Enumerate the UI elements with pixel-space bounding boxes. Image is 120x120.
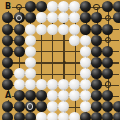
board-points-grid: BA	[2, 1, 120, 120]
white-stone	[36, 24, 47, 35]
board-point[interactable]	[102, 112, 113, 120]
black-stone	[102, 90, 113, 101]
black-stone	[80, 112, 91, 120]
board-point[interactable]	[113, 79, 120, 90]
white-stone	[58, 112, 69, 120]
white-stone	[25, 24, 36, 35]
black-stone	[25, 1, 36, 12]
board-point[interactable]	[36, 112, 47, 120]
black-stone	[14, 12, 25, 23]
board-point[interactable]	[47, 112, 58, 120]
board-point[interactable]	[25, 24, 36, 35]
black-stone	[36, 1, 47, 12]
board-point[interactable]	[69, 35, 80, 46]
board-point[interactable]: B	[2, 1, 13, 12]
black-stone	[113, 101, 120, 112]
board-point[interactable]	[25, 79, 36, 90]
board-point[interactable]	[80, 46, 91, 57]
board-point[interactable]	[69, 12, 80, 23]
board-point[interactable]	[58, 35, 69, 46]
board-point[interactable]	[58, 90, 69, 101]
board-point[interactable]	[91, 112, 102, 120]
board-point[interactable]	[113, 90, 120, 101]
board-point[interactable]	[113, 57, 120, 68]
circle-marker	[105, 37, 112, 44]
board-point[interactable]	[102, 12, 113, 23]
white-stone	[69, 35, 80, 46]
circle-marker	[16, 4, 23, 11]
white-stone	[69, 112, 80, 120]
black-stone	[2, 68, 13, 79]
white-stone	[58, 90, 69, 101]
board-point[interactable]	[36, 35, 47, 46]
board-point[interactable]	[14, 57, 25, 68]
white-stone	[36, 79, 47, 90]
white-stone	[25, 57, 36, 68]
board-point[interactable]	[91, 68, 102, 79]
board-point[interactable]	[69, 79, 80, 90]
black-stone	[113, 12, 120, 23]
board-point[interactable]	[69, 112, 80, 120]
board-point[interactable]	[14, 90, 25, 101]
board-point[interactable]	[69, 101, 80, 112]
board-point[interactable]	[2, 46, 13, 57]
board-point[interactable]	[91, 24, 102, 35]
white-stone	[58, 101, 69, 112]
black-stone	[102, 46, 113, 57]
board-point[interactable]	[80, 79, 91, 90]
black-stone	[91, 12, 102, 23]
circle-marker-on-stone	[27, 103, 34, 110]
board-point[interactable]	[25, 46, 36, 57]
board-point[interactable]	[91, 101, 102, 112]
board-point[interactable]	[25, 112, 36, 120]
board-point[interactable]	[47, 90, 58, 101]
board-point[interactable]	[47, 68, 58, 79]
board-point[interactable]	[36, 12, 47, 23]
white-stone	[58, 24, 69, 35]
board-point[interactable]	[47, 35, 58, 46]
board-point[interactable]	[2, 12, 13, 23]
circle-marker-on-stone	[16, 15, 23, 22]
black-stone	[2, 24, 13, 35]
white-stone	[14, 68, 25, 79]
black-stone	[91, 35, 102, 46]
board-point[interactable]	[47, 57, 58, 68]
white-stone	[47, 12, 58, 23]
board-point[interactable]	[36, 101, 47, 112]
board-point[interactable]	[113, 35, 120, 46]
white-stone	[69, 24, 80, 35]
black-stone	[80, 1, 91, 12]
board-point[interactable]	[80, 101, 91, 112]
board-point[interactable]	[113, 112, 120, 120]
board-point[interactable]	[2, 24, 13, 35]
board-point[interactable]	[91, 35, 102, 46]
board-point[interactable]	[58, 68, 69, 79]
black-stone	[102, 1, 113, 12]
board-point[interactable]	[91, 46, 102, 57]
black-stone	[14, 35, 25, 46]
board-point[interactable]	[36, 24, 47, 35]
board-point[interactable]	[69, 68, 80, 79]
board-point[interactable]	[80, 35, 91, 46]
white-stone	[47, 101, 58, 112]
board-point[interactable]	[2, 101, 13, 112]
board-point[interactable]	[102, 35, 113, 46]
black-stone	[113, 1, 120, 12]
black-stone	[14, 24, 25, 35]
black-stone	[91, 57, 102, 68]
white-stone	[47, 90, 58, 101]
board-point[interactable]	[14, 79, 25, 90]
board-point[interactable]	[47, 46, 58, 57]
board-point[interactable]	[14, 68, 25, 79]
black-stone	[91, 112, 102, 120]
board-point[interactable]	[80, 1, 91, 12]
board-point[interactable]	[102, 46, 113, 57]
white-stone	[58, 1, 69, 12]
board-point[interactable]	[14, 46, 25, 57]
board-point[interactable]	[47, 101, 58, 112]
black-stone	[36, 90, 47, 101]
black-stone	[2, 57, 13, 68]
board-point[interactable]	[113, 24, 120, 35]
white-stone	[80, 68, 91, 79]
board-point[interactable]	[14, 101, 25, 112]
white-stone	[25, 35, 36, 46]
board-point[interactable]	[36, 1, 47, 12]
board-point[interactable]	[58, 46, 69, 57]
black-stone	[91, 24, 102, 35]
board-point[interactable]	[36, 90, 47, 101]
black-stone	[113, 112, 120, 120]
black-stone	[25, 90, 36, 101]
board-point[interactable]	[25, 68, 36, 79]
board-point[interactable]	[2, 35, 13, 46]
go-board: BA	[0, 0, 120, 120]
board-point[interactable]	[102, 57, 113, 68]
board-point[interactable]	[69, 90, 80, 101]
board-point[interactable]	[102, 90, 113, 101]
board-point[interactable]	[102, 1, 113, 12]
black-stone	[25, 12, 36, 23]
board-point[interactable]	[80, 112, 91, 120]
white-stone	[80, 90, 91, 101]
board-point[interactable]	[69, 57, 80, 68]
board-point[interactable]	[36, 68, 47, 79]
board-point[interactable]	[58, 101, 69, 112]
black-stone	[2, 101, 13, 112]
board-point[interactable]	[91, 57, 102, 68]
board-point[interactable]	[58, 12, 69, 23]
board-point[interactable]	[91, 90, 102, 101]
white-stone	[36, 12, 47, 23]
white-stone	[69, 1, 80, 12]
white-stone	[58, 79, 69, 90]
black-stone	[2, 46, 13, 57]
board-point[interactable]	[25, 90, 36, 101]
black-stone	[14, 112, 25, 120]
board-point[interactable]	[14, 1, 25, 12]
white-stone	[25, 46, 36, 57]
black-stone	[91, 101, 102, 112]
black-stone	[80, 24, 91, 35]
board-point[interactable]	[102, 101, 113, 112]
board-point[interactable]	[102, 68, 113, 79]
black-stone	[14, 46, 25, 57]
white-stone	[58, 12, 69, 23]
board-point[interactable]	[2, 112, 13, 120]
white-stone	[47, 24, 58, 35]
board-point[interactable]	[25, 35, 36, 46]
board-point[interactable]	[113, 68, 120, 79]
board-point[interactable]	[69, 1, 80, 12]
board-point[interactable]	[47, 1, 58, 12]
circle-marker	[93, 4, 100, 11]
board-point[interactable]	[113, 12, 120, 23]
black-stone	[2, 112, 13, 120]
black-stone	[14, 101, 25, 112]
board-point[interactable]: A	[2, 90, 13, 101]
board-point[interactable]	[91, 12, 102, 23]
board-point[interactable]	[25, 101, 36, 112]
board-point[interactable]	[14, 35, 25, 46]
black-stone	[80, 12, 91, 23]
black-stone	[102, 112, 113, 120]
white-stone	[47, 1, 58, 12]
black-stone	[91, 79, 102, 90]
white-stone	[80, 101, 91, 112]
black-stone	[91, 90, 102, 101]
board-point[interactable]	[80, 68, 91, 79]
white-stone	[80, 35, 91, 46]
board-point[interactable]	[14, 24, 25, 35]
board-point[interactable]	[25, 57, 36, 68]
black-stone	[102, 57, 113, 68]
board-point[interactable]	[36, 57, 47, 68]
black-stone	[2, 35, 13, 46]
black-stone	[2, 79, 13, 90]
board-point[interactable]	[102, 79, 113, 90]
board-point[interactable]	[113, 101, 120, 112]
black-stone	[36, 101, 47, 112]
board-point[interactable]	[47, 24, 58, 35]
board-point[interactable]	[80, 12, 91, 23]
board-point[interactable]	[69, 46, 80, 57]
board-point[interactable]	[80, 24, 91, 35]
point-label-b: B	[4, 3, 11, 11]
board-point[interactable]	[80, 90, 91, 101]
white-stone	[47, 112, 58, 120]
black-stone	[102, 68, 113, 79]
black-stone	[25, 101, 36, 112]
black-stone	[2, 12, 13, 23]
board-point[interactable]	[91, 1, 102, 12]
board-point[interactable]	[91, 79, 102, 90]
circle-marker	[105, 15, 112, 22]
board-point[interactable]	[113, 1, 120, 12]
board-point[interactable]	[2, 57, 13, 68]
white-stone	[69, 79, 80, 90]
board-point[interactable]	[47, 79, 58, 90]
black-stone	[25, 112, 36, 120]
black-stone	[102, 24, 113, 35]
black-stone	[91, 46, 102, 57]
board-point[interactable]	[36, 79, 47, 90]
point-label-a: A	[4, 92, 11, 100]
white-stone	[14, 79, 25, 90]
board-point[interactable]	[25, 12, 36, 23]
board-point[interactable]	[102, 24, 113, 35]
board-point[interactable]	[58, 112, 69, 120]
white-stone	[80, 46, 91, 57]
white-stone	[47, 79, 58, 90]
white-stone	[69, 90, 80, 101]
board-point[interactable]	[14, 112, 25, 120]
board-point[interactable]	[36, 46, 47, 57]
white-stone	[80, 79, 91, 90]
board-point[interactable]	[69, 24, 80, 35]
black-stone	[102, 101, 113, 112]
board-point[interactable]	[2, 79, 13, 90]
white-stone	[25, 79, 36, 90]
board-point[interactable]	[47, 12, 58, 23]
black-stone	[91, 68, 102, 79]
board-point[interactable]	[58, 79, 69, 90]
white-stone	[36, 112, 47, 120]
white-stone	[80, 57, 91, 68]
board-point[interactable]	[25, 1, 36, 12]
white-stone	[25, 68, 36, 79]
board-point[interactable]	[80, 57, 91, 68]
circle-marker	[105, 81, 112, 88]
board-point[interactable]	[58, 1, 69, 12]
black-stone	[14, 90, 25, 101]
white-stone	[69, 12, 80, 23]
board-point[interactable]	[2, 68, 13, 79]
board-point[interactable]	[14, 12, 25, 23]
board-point[interactable]	[113, 46, 120, 57]
board-point[interactable]	[58, 24, 69, 35]
